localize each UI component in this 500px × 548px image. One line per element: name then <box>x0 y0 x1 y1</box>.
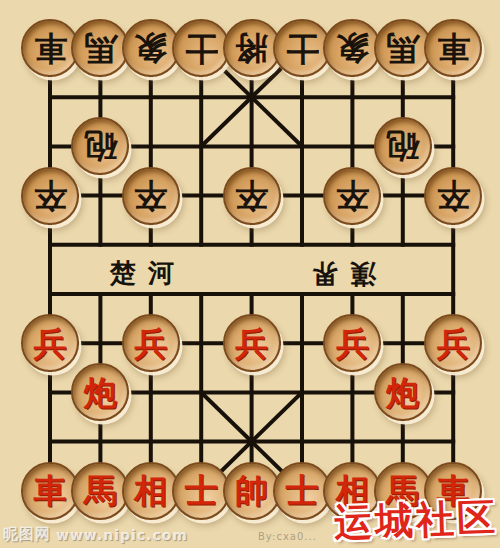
piece-glyph: 卒 <box>34 179 67 212</box>
piece-red-cannon-right[interactable]: 炮 <box>374 363 432 421</box>
river-label-chu: 楚河 <box>110 256 186 291</box>
piece-glyph: 兵 <box>336 327 369 360</box>
piece-glyph: 將 <box>235 32 268 65</box>
piece-red-elephant-left[interactable]: 相 <box>122 462 180 520</box>
watermark-nipic: 昵图网 www.nipic.com <box>3 525 188 544</box>
river-label-han: 漢界 <box>300 256 376 291</box>
piece-glyph: 相 <box>134 474 167 507</box>
piece-black-soldier-3[interactable]: 卒 <box>223 167 281 225</box>
piece-black-advisor-left[interactable]: 士 <box>172 19 230 77</box>
piece-glyph: 兵 <box>34 327 67 360</box>
piece-glyph: 馬 <box>84 32 117 65</box>
piece-black-general[interactable]: 將 <box>223 19 281 77</box>
piece-red-soldier-3[interactable]: 兵 <box>223 314 281 372</box>
piece-glyph: 車 <box>437 32 470 65</box>
piece-glyph: 士 <box>185 32 218 65</box>
nipic-url: www.nipic.com <box>56 527 188 543</box>
piece-glyph: 卒 <box>235 179 268 212</box>
piece-glyph: 兵 <box>134 327 167 360</box>
watermark-byline: By:cxa0... <box>258 531 317 542</box>
piece-red-advisor-right[interactable]: 士 <box>273 462 331 520</box>
piece-black-elephant-left[interactable]: 象 <box>122 19 180 77</box>
nipic-logo: 昵图网 <box>3 525 51 544</box>
piece-glyph: 車 <box>34 474 67 507</box>
piece-glyph: 士 <box>185 474 218 507</box>
piece-glyph: 象 <box>336 32 369 65</box>
piece-black-horse-left[interactable]: 馬 <box>71 19 129 77</box>
piece-red-soldier-2[interactable]: 兵 <box>122 314 180 372</box>
piece-glyph: 卒 <box>134 179 167 212</box>
piece-glyph: 卒 <box>437 179 470 212</box>
piece-black-elephant-right[interactable]: 象 <box>323 19 381 77</box>
piece-glyph: 炮 <box>84 376 117 409</box>
piece-glyph: 卒 <box>336 179 369 212</box>
piece-red-horse-left[interactable]: 馬 <box>71 462 129 520</box>
piece-black-soldier-1[interactable]: 卒 <box>21 167 79 225</box>
piece-glyph: 兵 <box>235 327 268 360</box>
piece-glyph: 車 <box>34 32 67 65</box>
piece-glyph: 馬 <box>84 474 117 507</box>
piece-glyph: 帥 <box>235 474 268 507</box>
piece-red-chariot-left[interactable]: 車 <box>21 462 79 520</box>
piece-black-horse-right[interactable]: 馬 <box>374 19 432 77</box>
piece-black-cannon-right[interactable]: 砲 <box>374 117 432 175</box>
piece-glyph: 兵 <box>437 327 470 360</box>
piece-glyph: 象 <box>134 32 167 65</box>
piece-black-chariot-right[interactable]: 車 <box>424 19 482 77</box>
piece-glyph: 炮 <box>386 376 419 409</box>
piece-black-advisor-right[interactable]: 士 <box>273 19 331 77</box>
piece-glyph: 馬 <box>386 32 419 65</box>
piece-glyph: 砲 <box>386 130 419 163</box>
piece-glyph: 砲 <box>84 130 117 163</box>
piece-glyph: 士 <box>286 32 319 65</box>
piece-red-general[interactable]: 帥 <box>223 462 281 520</box>
piece-red-soldier-5[interactable]: 兵 <box>424 314 482 372</box>
piece-black-chariot-left[interactable]: 車 <box>21 19 79 77</box>
piece-red-soldier-1[interactable]: 兵 <box>21 314 79 372</box>
piece-red-advisor-left[interactable]: 士 <box>172 462 230 520</box>
piece-glyph: 士 <box>286 474 319 507</box>
piece-black-soldier-5[interactable]: 卒 <box>424 167 482 225</box>
watermark-community: 运城社区 <box>333 492 499 548</box>
xiangqi-board: 楚河 漢界 車馬象士將士象馬車砲砲卒卒卒卒卒兵兵兵兵兵炮炮車馬相士帥士相馬車 昵… <box>0 0 500 548</box>
piece-black-soldier-2[interactable]: 卒 <box>122 167 180 225</box>
piece-black-soldier-4[interactable]: 卒 <box>323 167 381 225</box>
